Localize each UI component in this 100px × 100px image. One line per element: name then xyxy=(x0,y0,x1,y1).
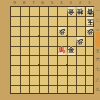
grid-line xyxy=(85,7,86,93)
grid-line xyxy=(11,36,93,37)
file-label: 4 xyxy=(57,0,66,6)
star-point xyxy=(66,35,68,37)
rank-label: 五 xyxy=(95,48,100,53)
file-label: 3 xyxy=(66,0,75,6)
grid-line xyxy=(57,7,58,93)
rank-label: 一 xyxy=(95,8,100,13)
file-label: 8 xyxy=(19,0,28,6)
file-label: 6 xyxy=(38,0,47,6)
shogi-piece-24[interactable]: 歩 xyxy=(76,37,84,46)
grid-line xyxy=(11,16,93,17)
grid-line xyxy=(76,7,77,93)
rank-label: 九 xyxy=(95,87,100,92)
star-point xyxy=(38,35,40,37)
grid-line xyxy=(20,7,21,93)
shogi-diagram: 金桂香玉歩歩歩馬金 987654321 一二三四五六七八九 xyxy=(0,0,100,100)
grid-line xyxy=(11,75,93,76)
star-point xyxy=(38,64,40,66)
shogi-piece-13[interactable]: 歩 xyxy=(86,27,94,36)
grid-line xyxy=(11,65,93,66)
shogi-piece-11[interactable]: 香 xyxy=(86,7,94,16)
grid-line xyxy=(11,85,93,86)
grid-line xyxy=(11,55,93,56)
file-label: 5 xyxy=(47,0,56,6)
shogi-piece-12[interactable]: 玉 xyxy=(86,17,94,26)
rank-label: 八 xyxy=(95,77,100,82)
rank-label: 二 xyxy=(95,18,100,23)
shogi-piece-43[interactable]: 歩 xyxy=(58,27,66,36)
shogi-piece-45[interactable]: 馬 xyxy=(58,46,66,55)
shogi-board[interactable]: 金桂香玉歩歩歩馬金 xyxy=(10,6,94,94)
shogi-piece-35[interactable]: 金 xyxy=(67,46,75,55)
file-label: 2 xyxy=(75,0,84,6)
rank-label: 七 xyxy=(95,67,100,72)
grid-line xyxy=(29,7,30,93)
komadai-accent xyxy=(96,32,100,47)
file-label: 1 xyxy=(85,0,94,6)
shogi-piece-31[interactable]: 金 xyxy=(67,7,75,16)
file-label: 9 xyxy=(10,0,19,6)
grid-line xyxy=(67,7,68,93)
star-point xyxy=(66,64,68,66)
rank-label: 六 xyxy=(95,57,100,62)
shogi-piece-21[interactable]: 桂 xyxy=(76,7,84,16)
grid-line xyxy=(11,46,93,47)
grid-line xyxy=(48,7,49,93)
file-label: 7 xyxy=(29,0,38,6)
grid-line xyxy=(11,26,93,27)
grid-line xyxy=(39,7,40,93)
